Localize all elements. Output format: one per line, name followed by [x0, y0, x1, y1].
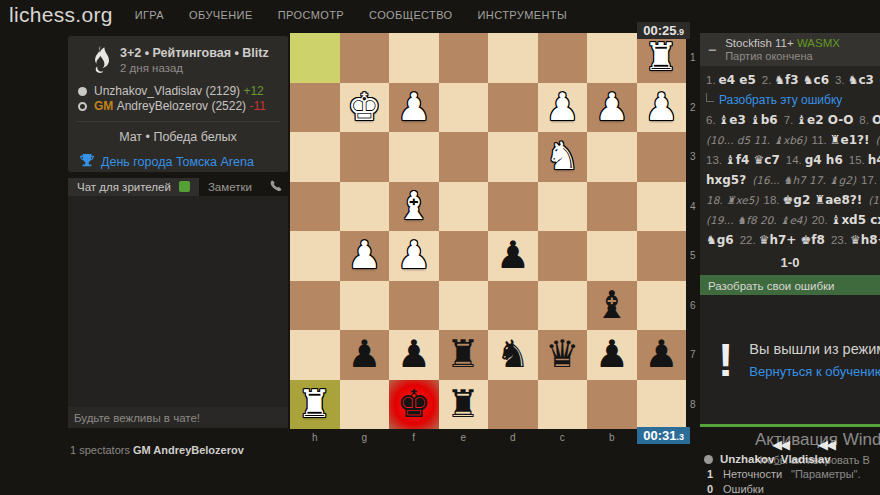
square-h3[interactable] — [290, 132, 340, 182]
spectators-line: 1 spectators GM AndreyBelozerov — [70, 444, 244, 456]
move-line: (19... ♞f8 20. ♝e4)20.♝xd5 cxd5?(20... g… — [700, 210, 880, 230]
square-a4[interactable] — [637, 182, 687, 232]
square-f6[interactable] — [389, 281, 439, 331]
square-g5[interactable]: ♟ — [340, 231, 390, 281]
white-R-h8[interactable]: ♜ — [290, 380, 340, 430]
move[interactable]: e4 e5 — [719, 73, 756, 87]
move-number: 3. — [835, 74, 845, 86]
move-line: 18. ♜xe5)18.♚g2 ♜ae8?!(18... ♝a5 19. ♜h — [700, 190, 880, 210]
file-label-h: h — [290, 432, 340, 443]
rank-label-2: 2 — [690, 83, 696, 133]
move-line: 1.e4 e52.♞f3 ♞c63.♞c3 ♞f64.d4 exd — [700, 70, 880, 90]
move-number: 11. — [812, 134, 827, 146]
menu-item[interactable]: ОБУЧЕНИЕ — [189, 9, 253, 21]
move-number: 2. — [762, 74, 772, 86]
menu-item[interactable]: ПРОСМОТР — [278, 9, 344, 21]
square-g3[interactable] — [340, 132, 390, 182]
game-meta: 3+2 • Рейтинговая • Blitz 2 дня назад — [68, 36, 288, 82]
square-h1[interactable] — [290, 33, 340, 83]
move-number: 18. — [764, 194, 780, 206]
black-R-e7[interactable]: ♜ — [439, 330, 489, 380]
square-b8[interactable] — [587, 380, 637, 430]
exclamation-icon: ! — [718, 333, 733, 387]
top-nav: lichess.org ИГРАОБУЧЕНИЕПРОСМОТРСООБЩЕСТ… — [0, 0, 880, 30]
square-d8[interactable] — [488, 380, 538, 430]
first-move-button[interactable]: ◀◀ — [772, 437, 788, 452]
menu-item[interactable]: ИНСТРУМЕНТЫ — [478, 9, 568, 21]
move[interactable]: ♞g6 — [706, 233, 734, 247]
game-result-text: Мат • Победа белых — [68, 122, 288, 146]
engine-tech: WASMX — [797, 37, 840, 49]
square-c6[interactable] — [538, 281, 588, 331]
square-h4[interactable] — [290, 182, 340, 232]
square-c8[interactable] — [538, 380, 588, 430]
square-h8[interactable]: ♜ — [290, 380, 340, 430]
chat-input[interactable] — [68, 407, 288, 428]
square-a1[interactable]: ♜ — [637, 33, 687, 83]
square-f2[interactable]: ♟ — [389, 83, 439, 133]
game-info-box: 3+2 • Рейтинговая • Blitz 2 дня назад Un… — [68, 36, 288, 172]
square-f7[interactable]: ♟ — [389, 330, 439, 380]
file-coordinates: hgfedcba — [290, 432, 686, 443]
rank-label-5: 5 — [690, 231, 696, 281]
clock-white: 00:25.9 — [637, 22, 690, 39]
file-label-e: e — [439, 432, 489, 443]
accuracy-rows: 1Неточности0Ошибки — [704, 468, 831, 495]
square-d7[interactable]: ♞ — [488, 330, 538, 380]
square-g1[interactable] — [340, 33, 390, 83]
square-b5[interactable] — [587, 231, 637, 281]
player-name[interactable]: Unzhakov_Vladislav (2129) +12 — [94, 84, 264, 99]
black-color-icon — [78, 102, 87, 111]
move[interactable]: ♝e3 ♝b6 — [719, 113, 778, 127]
square-c2[interactable]: ♟ — [538, 83, 588, 133]
move[interactable]: ♝xd5 cxd5? — [831, 213, 880, 227]
rank-label-6: 6 — [690, 281, 696, 331]
phone-icon[interactable] — [269, 180, 282, 193]
square-e8[interactable]: ♜ — [439, 380, 489, 430]
move-number: 17. — [861, 174, 877, 186]
move[interactable]: ♛h7+ ♚f8 — [759, 233, 825, 247]
move[interactable]: h4 ♜e7?! — [868, 153, 880, 167]
variation[interactable]: (19... ♞f8 20. ♝e4) — [706, 214, 807, 226]
square-a3[interactable] — [637, 132, 687, 182]
tournament-name: День города Томска Arena — [101, 155, 254, 169]
move-number: 20. — [812, 214, 828, 226]
move-line: 6.♝e3 ♝b67.♝e2 O-O8.O-O ♜e89.♝f — [700, 110, 880, 130]
variation[interactable]: (18... ♝a5 19. ♜h — [868, 194, 880, 206]
square-h5[interactable] — [290, 231, 340, 281]
move-number: 7. — [784, 114, 794, 126]
players-list: Unzhakov_Vladislav (2129) +12GM AndreyBe… — [68, 82, 288, 114]
move-line: (10... d5 11. ♝xb6)11.♜e1?!(11. ♝xb6)♝x — [700, 130, 880, 150]
rank-coordinates: 12345678 — [690, 33, 696, 429]
black-K-f8[interactable]: ♚ — [389, 380, 439, 430]
previous-move-button[interactable]: ◀◀ — [818, 437, 834, 452]
square-g7[interactable]: ♟ — [340, 330, 390, 380]
site-logo[interactable]: lichess.org — [9, 3, 113, 27]
square-e5[interactable] — [439, 231, 489, 281]
accuracy-report: Unzhakov_Vladislav 1Неточности0Ошибки — [704, 453, 831, 495]
square-c3[interactable]: ♞ — [538, 132, 588, 182]
analyse-mistake-link[interactable]: Разобрать эту ошибку — [719, 93, 842, 107]
engine-collapse-button[interactable]: − — [708, 42, 716, 58]
white-R-a1[interactable]: ♜ — [637, 33, 687, 83]
square-b2[interactable]: ♟ — [587, 83, 637, 133]
left-sidebar: 3+2 • Рейтинговая • Blitz 2 дня назад Un… — [68, 36, 288, 495]
return-to-learning-link[interactable]: Вернуться к обучению — [749, 364, 880, 379]
analysis-sidebar: − Stockfish 11+ WASMX Партия окончена 1.… — [700, 33, 880, 495]
menu-item[interactable]: ИГРА — [135, 9, 164, 21]
square-d3[interactable] — [488, 132, 538, 182]
file-label-c: c — [538, 432, 588, 443]
white-P-f5[interactable]: ♟ — [389, 231, 439, 281]
square-e1[interactable] — [439, 33, 489, 83]
square-a8[interactable] — [637, 380, 687, 430]
tournament-link[interactable]: День города Томска Arena — [68, 146, 288, 170]
rank-label-7: 7 — [690, 330, 696, 380]
black-P-d5[interactable]: ♟ — [488, 231, 538, 281]
engine-name: Stockfish 11+ — [725, 37, 794, 49]
square-g4[interactable] — [340, 182, 390, 232]
chess-board[interactable]: ♜♚♟♟♟♟♞♝♟♟♟♝♟♟♜♞♛♟♟♜♚♜ — [290, 33, 686, 429]
black-P-b7[interactable]: ♟ — [587, 330, 637, 380]
black-R-e8[interactable]: ♜ — [439, 380, 489, 430]
square-h7[interactable] — [290, 330, 340, 380]
move-number: 13. — [706, 154, 722, 166]
file-label-d: d — [488, 432, 538, 443]
square-b3[interactable] — [587, 132, 637, 182]
square-d6[interactable] — [488, 281, 538, 331]
accuracy-label: Неточности — [723, 468, 782, 480]
square-f1[interactable] — [389, 33, 439, 83]
square-c1[interactable] — [538, 33, 588, 83]
accuracy-value: 0 — [707, 483, 714, 495]
square-g8[interactable] — [340, 380, 390, 430]
move[interactable]: ♞c3 ♞f6 — [848, 73, 880, 87]
rank-label-1: 1 — [690, 33, 696, 83]
menu-item[interactable]: СООБЩЕСТВО — [369, 9, 453, 21]
move-number: 22. — [740, 234, 756, 246]
lichess-game-page: lichess.org ИГРАОБУЧЕНИЕПРОСМОТРСООБЩЕСТ… — [0, 0, 880, 495]
square-f4[interactable]: ♝ — [389, 182, 439, 232]
move-line: ♞g622.♛h7+ ♚f823.♛h8+ ♞xh824. ♜x — [700, 230, 880, 250]
move[interactable]: hxg5? — [706, 173, 746, 187]
game-setup: 3+2 • Рейтинговая • Blitz — [120, 46, 269, 60]
variation[interactable]: (16... ♞h7 17. ♝g2) — [752, 174, 856, 186]
file-label-f: f — [389, 432, 439, 443]
mode-exit-title: Вы вышли из режима — [749, 341, 880, 357]
white-P-a2[interactable]: ♟ — [637, 83, 687, 133]
white-N-c3[interactable]: ♞ — [538, 132, 588, 182]
main-menu: ИГРАОБУЧЕНИЕПРОСМОТРСООБЩЕСТВОИНСТРУМЕНТ… — [135, 9, 567, 21]
square-c5[interactable] — [538, 231, 588, 281]
rank-label-8: 8 — [690, 380, 696, 430]
rating-change: +12 — [243, 84, 263, 98]
white-P-b2[interactable]: ♟ — [587, 83, 637, 133]
white-B-f4[interactable]: ♝ — [389, 182, 439, 232]
accuracy-value: 1 — [707, 468, 714, 480]
learn-from-mistakes-button[interactable]: Разобрать свои ошибки — [700, 275, 880, 297]
engine-header: − Stockfish 11+ WASMX Партия окончена — [700, 33, 880, 66]
variation-tree-mark — [706, 93, 714, 102]
black-P-f7[interactable]: ♟ — [389, 330, 439, 380]
move[interactable]: ♝e2 O-O — [796, 113, 853, 127]
move[interactable]: ♚g2 ♜ae8?! — [783, 193, 863, 207]
player-color-icon — [704, 455, 713, 464]
white-K-g2[interactable]: ♚ — [340, 83, 390, 133]
move-number: 15. — [849, 154, 865, 166]
game-score: 1-0 — [700, 252, 880, 275]
trophy-icon — [80, 154, 94, 170]
move[interactable]: g4 h6 — [805, 153, 843, 167]
rank-label-4: 4 — [690, 182, 696, 232]
player-row: GM AndreyBelozerov (2522) -11 — [78, 99, 278, 114]
square-f5[interactable]: ♟ — [389, 231, 439, 281]
blitz-flame-icon — [90, 46, 110, 78]
move-line: Разобрать эту ошибку — [700, 90, 880, 110]
spectator-names[interactable]: GM AndreyBelozerov — [133, 444, 244, 456]
square-e2[interactable] — [439, 83, 489, 133]
clock-black: 00:31.3 — [637, 427, 690, 444]
move-line: 13.♝f4 ♛c714.g4 h615.h4 ♜e7?!(15... — [700, 150, 880, 170]
move-number: 1. — [706, 74, 716, 86]
rank-label-3: 3 — [690, 132, 696, 182]
variation[interactable]: (11. ♝xb6) — [875, 134, 880, 146]
square-e7[interactable]: ♜ — [439, 330, 489, 380]
square-a5[interactable] — [637, 231, 687, 281]
square-d5[interactable]: ♟ — [488, 231, 538, 281]
chat-toggle[interactable] — [179, 181, 190, 192]
move-number: 23. — [831, 234, 847, 246]
square-e6[interactable] — [439, 281, 489, 331]
square-b1[interactable] — [587, 33, 637, 83]
square-e3[interactable] — [439, 132, 489, 182]
white-P-f2[interactable]: ♟ — [389, 83, 439, 133]
square-a2[interactable]: ♟ — [637, 83, 687, 133]
black-P-a7[interactable]: ♟ — [637, 330, 687, 380]
black-N-d7[interactable]: ♞ — [488, 330, 538, 380]
accuracy-row: 0Ошибки — [704, 483, 831, 495]
black-Q-c7[interactable]: ♛ — [538, 330, 588, 380]
board-area: ♜♚♟♟♟♟♞♝♟♟♟♝♟♟♜♞♛♟♟♜♚♜ hgfedcba 12345678 — [290, 33, 686, 429]
move-line: hxg5?(16... ♞h7 17. ♝g2)17.hxg5 ♞fd7? — [700, 170, 880, 190]
spectator-count: 1 spectators — [70, 444, 130, 456]
player-name[interactable]: GM AndreyBelozerov (2522) -11 — [94, 99, 266, 114]
accuracy-row: 1Неточности — [704, 468, 831, 480]
square-g6[interactable] — [340, 281, 390, 331]
move[interactable]: ♝f4 ♛c7 — [725, 153, 780, 167]
square-g2[interactable]: ♚ — [340, 83, 390, 133]
square-d1[interactable] — [488, 33, 538, 83]
chat-messages[interactable] — [68, 196, 288, 407]
move-list: 1.e4 e52.♞f3 ♞c63.♞c3 ♞f64.d4 exdРазобра… — [700, 66, 880, 252]
move-number: 8. — [859, 114, 869, 126]
game-date: 2 дня назад — [120, 62, 269, 74]
engine-status: Партия окончена — [725, 50, 840, 62]
accuracy-player-name: Unzhakov_Vladislav — [720, 453, 831, 465]
square-e4[interactable] — [439, 182, 489, 232]
file-label-b: b — [587, 432, 637, 443]
square-f3[interactable] — [389, 132, 439, 182]
player-row: Unzhakov_Vladislav (2129) +12 — [78, 84, 278, 99]
square-c4[interactable] — [538, 182, 588, 232]
square-b4[interactable] — [587, 182, 637, 232]
accuracy-label: Ошибки — [723, 483, 764, 495]
square-b6[interactable]: ♝ — [587, 281, 637, 331]
move-number: 6. — [706, 114, 716, 126]
variation[interactable]: (10... d5 11. ♝xb6) — [706, 134, 807, 146]
square-d2[interactable] — [488, 83, 538, 133]
tab-spectator-chat-label: Чат для зрителей — [77, 181, 171, 193]
move[interactable]: ♛h8+ ♞xh8 — [850, 233, 880, 247]
move-number: 14. — [786, 154, 802, 166]
variation[interactable]: 18. ♜xe5) — [706, 194, 759, 206]
tab-notes[interactable]: Заметки — [199, 178, 261, 196]
square-b7[interactable]: ♟ — [587, 330, 637, 380]
square-f8[interactable]: ♚ — [389, 380, 439, 430]
playback-controls: ◀◀◀◀ — [700, 437, 880, 452]
chat-tabs: Чат для зрителей Заметки — [68, 177, 288, 196]
tab-spectator-chat[interactable]: Чат для зрителей — [68, 178, 199, 196]
rating-change: -11 — [249, 99, 265, 113]
square-d4[interactable] — [488, 182, 538, 232]
move[interactable]: ♜e1?! — [830, 133, 870, 147]
square-c7[interactable]: ♛ — [538, 330, 588, 380]
white-P-c2[interactable]: ♟ — [538, 83, 588, 133]
black-P-g7[interactable]: ♟ — [340, 330, 390, 380]
square-a7[interactable]: ♟ — [637, 330, 687, 380]
move[interactable]: O-O ♜e8 — [872, 113, 880, 127]
black-B-b6[interactable]: ♝ — [587, 281, 637, 331]
file-label-g: g — [340, 432, 390, 443]
white-color-icon — [78, 87, 87, 96]
square-a6[interactable] — [637, 281, 687, 331]
mode-exit-panel: ! Вы вышли из режима Вернуться к обучени… — [700, 295, 880, 427]
square-h2[interactable] — [290, 83, 340, 133]
white-P-g5[interactable]: ♟ — [340, 231, 390, 281]
square-h6[interactable] — [290, 281, 340, 331]
move[interactable]: ♞f3 ♞c6 — [774, 73, 829, 87]
